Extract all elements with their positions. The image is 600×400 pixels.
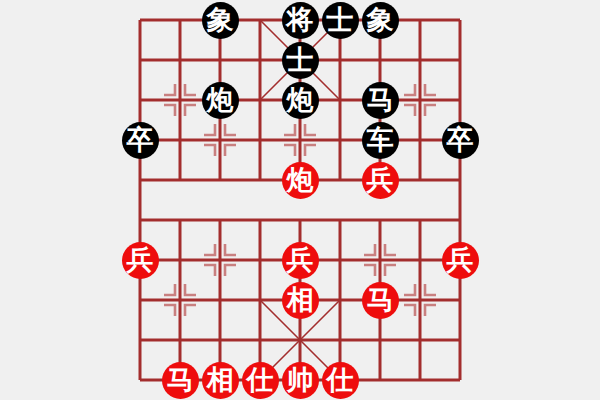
- piece-black-chariot[interactable]: 车: [362, 122, 399, 159]
- piece-red-general[interactable]: 帅: [282, 362, 319, 399]
- xiangqi-board[interactable]: 象将士象士炮炮马卒车卒炮兵兵兵兵相马马相仕帅仕: [120, 0, 480, 400]
- piece-black-advisor[interactable]: 士: [282, 42, 319, 79]
- piece-black-cannon[interactable]: 炮: [282, 82, 319, 119]
- piece-red-horse[interactable]: 马: [362, 282, 399, 319]
- piece-red-advisor[interactable]: 仕: [242, 362, 279, 399]
- piece-black-general[interactable]: 将: [282, 2, 319, 39]
- piece-black-elephant[interactable]: 象: [362, 2, 399, 39]
- piece-black-horse[interactable]: 马: [362, 82, 399, 119]
- piece-red-soldier[interactable]: 兵: [362, 162, 399, 199]
- piece-black-advisor[interactable]: 士: [322, 2, 359, 39]
- xiangqi-app: 象将士象士炮炮马卒车卒炮兵兵兵兵相马马相仕帅仕: [0, 0, 600, 400]
- piece-red-soldier[interactable]: 兵: [282, 242, 319, 279]
- piece-black-soldier[interactable]: 卒: [122, 122, 159, 159]
- piece-black-soldier[interactable]: 卒: [442, 122, 479, 159]
- piece-red-advisor[interactable]: 仕: [322, 362, 359, 399]
- piece-red-elephant[interactable]: 相: [282, 282, 319, 319]
- piece-red-elephant[interactable]: 相: [202, 362, 239, 399]
- piece-red-cannon[interactable]: 炮: [282, 162, 319, 199]
- piece-red-soldier[interactable]: 兵: [122, 242, 159, 279]
- piece-red-horse[interactable]: 马: [162, 362, 199, 399]
- piece-black-elephant[interactable]: 象: [202, 2, 239, 39]
- piece-red-soldier[interactable]: 兵: [442, 242, 479, 279]
- piece-black-cannon[interactable]: 炮: [202, 82, 239, 119]
